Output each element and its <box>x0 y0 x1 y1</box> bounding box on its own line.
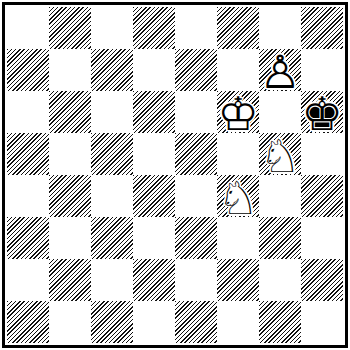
board-frame: ♟♙♚♔♚♚♞♘♞♘ <box>2 2 348 348</box>
square-b1 <box>49 301 91 343</box>
square-g4 <box>259 175 301 217</box>
square-a8 <box>7 7 49 49</box>
square-g2 <box>259 259 301 301</box>
square-h3 <box>301 217 343 259</box>
square-c8 <box>91 7 133 49</box>
square-g1 <box>259 301 301 343</box>
white-king-halo: ♚ <box>217 93 259 135</box>
white-knight-piece: ♘ <box>217 177 259 219</box>
square-b6 <box>49 91 91 133</box>
square-d3 <box>133 217 175 259</box>
square-h2 <box>301 259 343 301</box>
square-g6 <box>259 91 301 133</box>
square-c5 <box>91 133 133 175</box>
white-pawn-halo: ♟ <box>259 51 301 93</box>
white-knight-halo: ♞ <box>217 177 259 219</box>
square-a5 <box>7 133 49 175</box>
white-king-piece: ♔ <box>217 93 259 135</box>
square-g7: ♟♙ <box>259 49 301 91</box>
square-a3 <box>7 217 49 259</box>
square-f4: ♞♘ <box>217 175 259 217</box>
black-king-halo: ♚ <box>301 93 343 135</box>
white-knight-halo: ♞ <box>259 135 301 177</box>
square-e5 <box>175 133 217 175</box>
square-e8 <box>175 7 217 49</box>
square-c4 <box>91 175 133 217</box>
square-g3 <box>259 217 301 259</box>
square-e6 <box>175 91 217 133</box>
square-d1 <box>133 301 175 343</box>
square-d4 <box>133 175 175 217</box>
chess-board: ♟♙♚♔♚♚♞♘♞♘ <box>7 7 343 343</box>
white-pawn-piece: ♙ <box>259 51 301 93</box>
square-f8 <box>217 7 259 49</box>
square-f7 <box>217 49 259 91</box>
square-c1 <box>91 301 133 343</box>
square-f2 <box>217 259 259 301</box>
square-d2 <box>133 259 175 301</box>
square-h7 <box>301 49 343 91</box>
square-f5 <box>217 133 259 175</box>
square-c3 <box>91 217 133 259</box>
square-h8 <box>301 7 343 49</box>
square-g8 <box>259 7 301 49</box>
square-c7 <box>91 49 133 91</box>
square-h4 <box>301 175 343 217</box>
square-b4 <box>49 175 91 217</box>
square-d8 <box>133 7 175 49</box>
square-c2 <box>91 259 133 301</box>
square-g5: ♞♘ <box>259 133 301 175</box>
square-e7 <box>175 49 217 91</box>
square-d6 <box>133 91 175 133</box>
square-a6 <box>7 91 49 133</box>
square-b8 <box>49 7 91 49</box>
square-b5 <box>49 133 91 175</box>
square-b7 <box>49 49 91 91</box>
square-b2 <box>49 259 91 301</box>
square-h1 <box>301 301 343 343</box>
square-h6: ♚♚ <box>301 91 343 133</box>
square-e4 <box>175 175 217 217</box>
square-a1 <box>7 301 49 343</box>
black-king-piece: ♚ <box>301 93 343 135</box>
square-b3 <box>49 217 91 259</box>
square-a7 <box>7 49 49 91</box>
square-f1 <box>217 301 259 343</box>
square-a4 <box>7 175 49 217</box>
square-e2 <box>175 259 217 301</box>
square-d5 <box>133 133 175 175</box>
square-d7 <box>133 49 175 91</box>
square-e3 <box>175 217 217 259</box>
square-f6: ♚♔ <box>217 91 259 133</box>
square-c6 <box>91 91 133 133</box>
square-f3 <box>217 217 259 259</box>
square-h5 <box>301 133 343 175</box>
square-e1 <box>175 301 217 343</box>
square-a2 <box>7 259 49 301</box>
white-knight-piece: ♘ <box>259 135 301 177</box>
